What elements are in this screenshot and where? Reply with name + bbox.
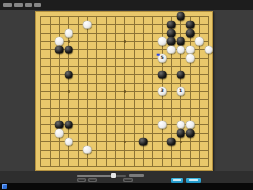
stone-white[interactable] (64, 29, 73, 38)
annotation-marker (157, 53, 160, 56)
move-number-label: 5 (160, 56, 163, 61)
stone-black[interactable] (176, 12, 185, 21)
stone-black[interactable] (186, 129, 195, 138)
nav-button-next[interactable] (123, 178, 133, 182)
move-number-label: 3 (160, 89, 163, 94)
stone-white[interactable] (158, 37, 167, 46)
star-point (124, 90, 126, 92)
stone-white[interactable]: 1 (176, 87, 185, 96)
grid-line-vertical (190, 16, 191, 166)
stone-white[interactable] (204, 45, 213, 54)
menu-item[interactable] (3, 3, 12, 7)
button-label-blob (173, 179, 181, 181)
stone-white[interactable] (83, 146, 92, 155)
move-slider-thumb[interactable] (111, 173, 116, 178)
stone-black[interactable] (167, 137, 176, 146)
navigation-toolbar (0, 171, 253, 183)
star-point (68, 40, 70, 42)
stone-black[interactable] (158, 70, 167, 79)
grid-line-vertical (208, 16, 209, 166)
move-slider-fill (77, 175, 113, 177)
stone-white[interactable] (186, 54, 195, 63)
stone-white[interactable] (55, 129, 64, 138)
stone-white[interactable]: 3 (158, 87, 167, 96)
stone-black[interactable] (167, 29, 176, 38)
app-taskbar-icon[interactable] (2, 184, 7, 189)
grid-line-horizontal (41, 166, 209, 167)
grid-line-horizontal (41, 99, 209, 100)
stone-white[interactable] (55, 37, 64, 46)
stone-black[interactable] (176, 37, 185, 46)
stone-black[interactable] (55, 45, 64, 54)
menu-bar (0, 0, 253, 10)
stone-black[interactable] (167, 20, 176, 29)
move-number-label: 1 (179, 89, 182, 94)
stone-white[interactable] (176, 121, 185, 130)
stone-white[interactable] (64, 137, 73, 146)
button-label-blob (90, 180, 95, 181)
stone-black[interactable] (64, 70, 73, 79)
stone-white[interactable] (83, 20, 92, 29)
nav-button-prev[interactable] (88, 178, 97, 182)
stone-black[interactable] (167, 37, 176, 46)
stone-black[interactable] (64, 121, 73, 130)
grid-line-vertical (134, 16, 135, 166)
grid-line-vertical (152, 16, 153, 166)
grid-line-horizontal (41, 150, 209, 151)
stone-white[interactable] (158, 121, 167, 130)
go-app-window: 531 (0, 0, 253, 190)
stone-black[interactable] (186, 20, 195, 29)
stone-black[interactable] (64, 45, 73, 54)
stone-black[interactable] (176, 129, 185, 138)
star-point (180, 140, 182, 142)
stone-white[interactable] (195, 37, 204, 46)
menu-item[interactable] (34, 3, 41, 7)
go-board[interactable]: 531 (35, 11, 213, 171)
stone-white[interactable] (167, 45, 176, 54)
button-label-blob (125, 180, 131, 181)
button-label-blob (189, 179, 199, 181)
button-label-blob (79, 180, 84, 181)
move-counter-text (129, 174, 144, 177)
stone-black[interactable] (186, 29, 195, 38)
nav-button-first[interactable] (77, 178, 86, 182)
stone-black[interactable] (139, 137, 148, 146)
stone-white[interactable] (186, 121, 195, 130)
stone-white[interactable] (186, 45, 195, 54)
taskbar-strip (0, 183, 253, 190)
stone-black[interactable] (55, 121, 64, 130)
menu-item[interactable] (25, 3, 32, 7)
grid-line-horizontal (41, 108, 209, 109)
menu-item[interactable] (14, 3, 23, 7)
stone-white[interactable] (176, 45, 185, 54)
stone-black[interactable] (176, 70, 185, 79)
grid-line-horizontal (41, 116, 209, 117)
star-point (68, 90, 70, 92)
star-point (124, 140, 126, 142)
move-slider[interactable] (77, 175, 126, 177)
star-point (124, 40, 126, 42)
grid-line-horizontal (41, 158, 209, 159)
